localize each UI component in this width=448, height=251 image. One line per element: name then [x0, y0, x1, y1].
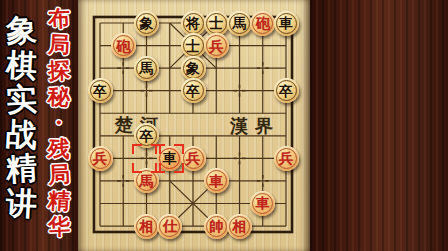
piece-glyph: 象: [186, 61, 200, 75]
piece-red-相[interactable]: 相: [134, 214, 159, 239]
piece-glyph: 兵: [279, 151, 293, 165]
piece-red-兵[interactable]: 兵: [204, 33, 229, 58]
piece-red-兵[interactable]: 兵: [274, 146, 299, 171]
calligraphy-char: 实: [5, 81, 38, 117]
river-label-han-jie: 漢界: [230, 114, 280, 138]
calligraphy-char: 局: [47, 30, 70, 57]
calligraphy-char: 象: [5, 12, 38, 48]
calligraphy-char: ·: [54, 109, 63, 135]
piece-red-砲[interactable]: 砲: [111, 33, 136, 58]
piece-glyph: 兵: [186, 151, 200, 165]
calligraphy-char: 精: [5, 150, 38, 186]
piece-glyph: 馬: [140, 174, 154, 188]
piece-glyph: 卒: [140, 129, 154, 143]
calligraphy-char: 讲: [5, 185, 38, 221]
calligraphy-char: 秘: [47, 82, 70, 109]
piece-red-砲[interactable]: 砲: [250, 11, 275, 36]
calligraphy-char: 精: [47, 186, 70, 213]
piece-glyph: 車: [279, 16, 293, 30]
calligraphy-char: 棋: [5, 47, 38, 83]
piece-black-士[interactable]: 士: [204, 11, 229, 36]
right-wood-panel: 河界三分阔 智谋万丈深 书海象棋: [310, 0, 448, 251]
piece-glyph: 兵: [209, 39, 223, 53]
piece-red-帥[interactable]: 帥: [204, 214, 229, 239]
piece-glyph: 相: [233, 219, 247, 233]
piece-red-兵[interactable]: 兵: [88, 146, 113, 171]
piece-glyph: 卒: [93, 84, 107, 98]
calligraphy-char: 华: [47, 212, 70, 239]
piece-glyph: 士: [186, 39, 200, 53]
piece-glyph: 仕: [163, 219, 177, 233]
left-wood-panel: 象棋实战精讲 布局探秘·残局精华: [0, 0, 78, 251]
piece-glyph: 卒: [186, 84, 200, 98]
piece-red-車[interactable]: 車: [204, 168, 229, 193]
title-column-white: 象棋实战精讲: [1, 13, 41, 220]
calligraphy-char: 局: [47, 160, 70, 187]
piece-glyph: 兵: [93, 151, 107, 165]
calligraphy-char: 探: [47, 56, 70, 83]
last-move-marker-move-destination: [155, 144, 184, 173]
piece-glyph: 将: [186, 16, 200, 30]
piece-glyph: 象: [140, 16, 154, 30]
calligraphy-char: 残: [47, 134, 70, 161]
piece-black-馬[interactable]: 馬: [227, 11, 252, 36]
piece-black-馬[interactable]: 馬: [134, 56, 159, 81]
piece-red-兵[interactable]: 兵: [181, 146, 206, 171]
piece-black-卒[interactable]: 卒: [274, 78, 299, 103]
xiangqi-board[interactable]: 楚河 漢界 象将士馬砲車砲士兵馬象卒卒卒卒車兵兵兵馬車車相仕帥相: [78, 0, 310, 251]
piece-red-仕[interactable]: 仕: [157, 214, 182, 239]
piece-red-相[interactable]: 相: [227, 214, 252, 239]
piece-black-車[interactable]: 車: [274, 11, 299, 36]
piece-glyph: 相: [140, 219, 154, 233]
calligraphy-char: 布: [47, 4, 70, 31]
piece-black-士[interactable]: 士: [181, 33, 206, 58]
video-thumbnail: 象棋实战精讲 布局探秘·残局精华 楚河 漢界 象将士馬砲車砲士兵馬象卒卒卒卒車兵…: [0, 0, 448, 251]
piece-glyph: 卒: [279, 84, 293, 98]
piece-black-卒[interactable]: 卒: [88, 78, 113, 103]
calligraphy-char: 战: [5, 116, 38, 152]
piece-glyph: 帥: [209, 219, 223, 233]
piece-black-象[interactable]: 象: [134, 11, 159, 36]
piece-black-卒[interactable]: 卒: [181, 78, 206, 103]
piece-glyph: 車: [256, 196, 270, 210]
piece-glyph: 馬: [233, 16, 247, 30]
piece-black-将[interactable]: 将: [181, 11, 206, 36]
piece-glyph: 車: [209, 174, 223, 188]
subtitle-column-red: 布局探秘·残局精华: [42, 5, 76, 239]
piece-glyph: 砲: [116, 39, 130, 53]
piece-glyph: 砲: [256, 16, 270, 30]
piece-glyph: 馬: [140, 61, 154, 75]
piece-black-象[interactable]: 象: [181, 56, 206, 81]
piece-glyph: 士: [209, 16, 223, 30]
